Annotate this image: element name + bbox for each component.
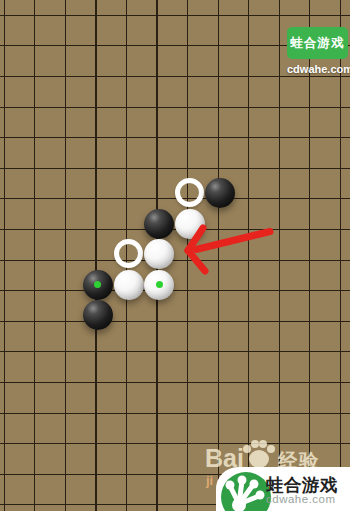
gomoku-board[interactable] [0, 0, 350, 511]
grid-horizontal-line [0, 321, 350, 322]
baidu-url-fragment: ji [206, 473, 213, 488]
grid-horizontal-line [0, 137, 350, 138]
grid-horizontal-line [0, 198, 350, 199]
last-move-green-dot [156, 281, 163, 288]
grid-horizontal-line [0, 290, 350, 291]
white-stone [144, 239, 174, 269]
white-stone [114, 270, 144, 300]
last-move-green-dot [94, 281, 101, 288]
frog-logo-icon [220, 471, 272, 511]
baidu-paw-icon [242, 440, 276, 470]
wahe-badge-url: cdwahe.com [287, 63, 348, 75]
grid-horizontal-line [0, 107, 350, 108]
watermark-top-right: 蛙合游戏 cdwahe.com [287, 27, 348, 75]
white-ring-mark [114, 239, 143, 268]
wahe-games-badge: 蛙合游戏 [287, 27, 348, 59]
wahe-badge-label: 蛙合游戏 [291, 35, 345, 52]
gomoku-screenshot: 蛙合游戏 cdwahe.com Bai 经验 ji [0, 0, 350, 511]
card-url: cdwahe.com [266, 493, 336, 505]
grid-horizontal-line [0, 260, 350, 261]
black-stone [83, 270, 113, 300]
white-ring-mark [175, 178, 204, 207]
wahe-card-watermark: 蛙合游戏 cdwahe.com [216, 467, 350, 511]
grid-horizontal-line [0, 15, 350, 16]
white-stone [175, 209, 205, 239]
black-stone [205, 178, 235, 208]
white-stone [144, 270, 174, 300]
grid-horizontal-line [0, 168, 350, 169]
black-stone [144, 209, 174, 239]
grid-horizontal-line [0, 413, 350, 414]
grid-horizontal-line [0, 351, 350, 352]
black-stone [83, 300, 113, 330]
grid-horizontal-line [0, 76, 350, 77]
grid-horizontal-line [0, 382, 350, 383]
